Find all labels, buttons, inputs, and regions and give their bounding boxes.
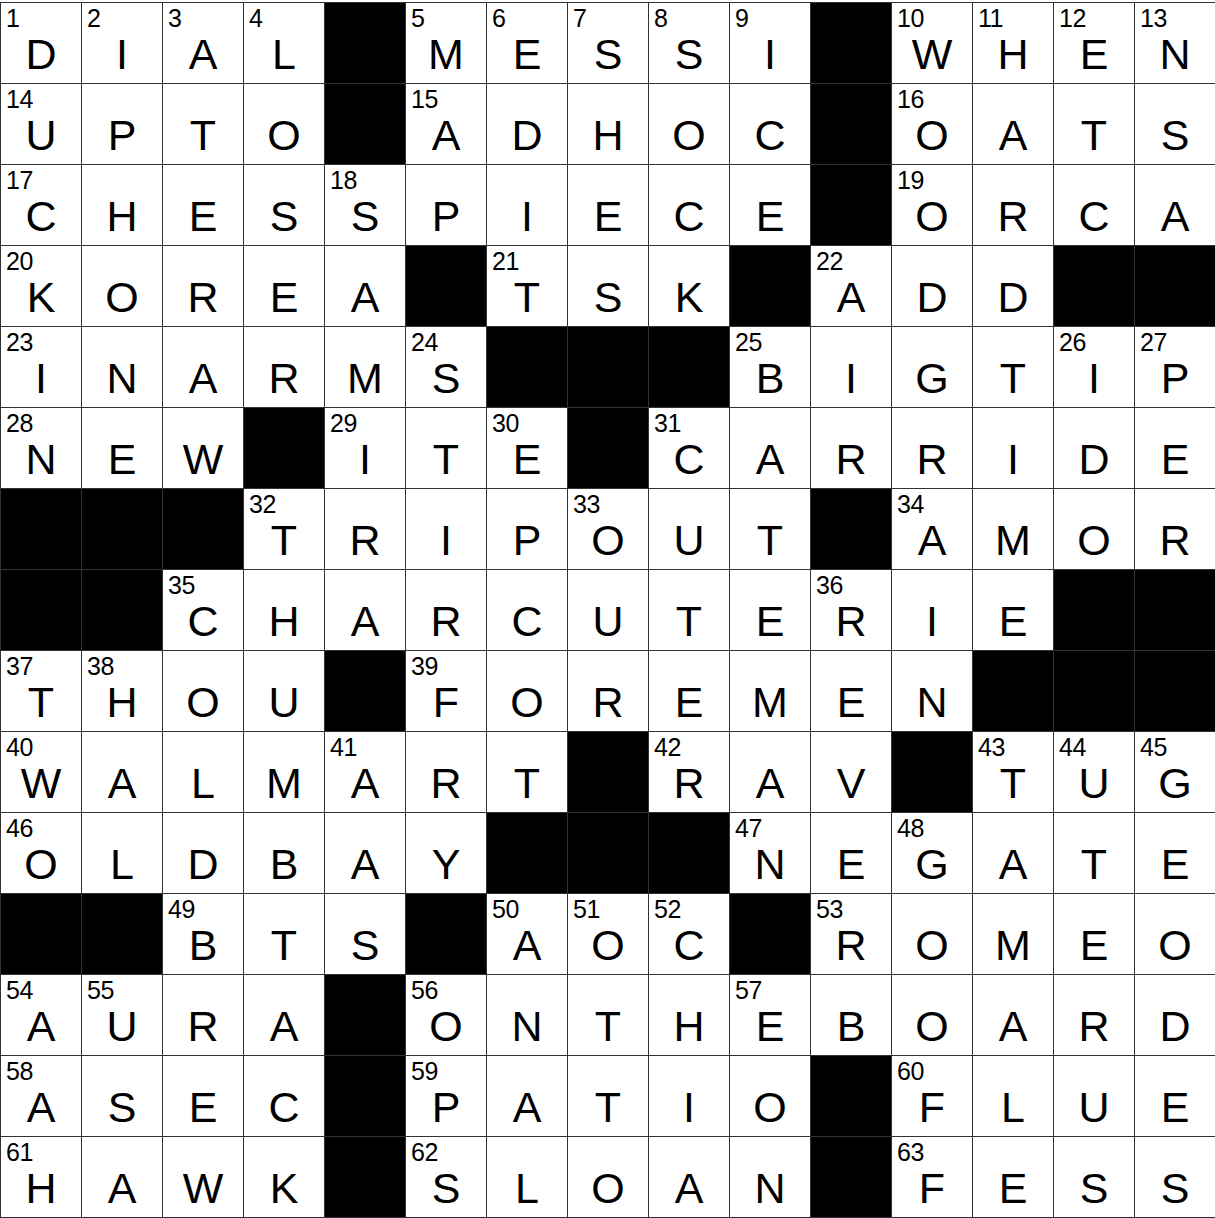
cell-r7-c4[interactable]: A (325, 570, 406, 651)
cell-r8-c7[interactable]: R (568, 651, 649, 732)
cell-letter: A (730, 762, 810, 805)
cell-r6-c5[interactable]: I (406, 489, 487, 570)
cell-letter: P (406, 1086, 486, 1129)
cell-r10-c2[interactable]: D (163, 813, 244, 894)
cell-r7-c12[interactable]: E (973, 570, 1054, 651)
cell-r8-c11[interactable]: N (892, 651, 973, 732)
cell-r14-c11[interactable]: 63F (892, 1137, 973, 1218)
cell-letter: H (1, 1167, 81, 1210)
cell-r1-c7[interactable]: H (568, 84, 649, 165)
cell-r14-c3[interactable]: K (244, 1137, 325, 1218)
cell-r1-c6[interactable]: D (487, 84, 568, 165)
cell-letter: L (163, 762, 243, 805)
cell-r5-c14[interactable]: E (1135, 408, 1215, 489)
cell-r11-c10[interactable]: 53R (811, 894, 892, 975)
cell-letter: R (811, 438, 891, 481)
cell-r9-c12[interactable]: 43T (973, 732, 1054, 813)
cell-letter: W (163, 1167, 243, 1210)
cell-r4-c1[interactable]: N (82, 327, 163, 408)
cell-r1-c2[interactable]: T (163, 84, 244, 165)
cell-r3-c7[interactable]: S (568, 246, 649, 327)
cell-r8-c6[interactable]: O (487, 651, 568, 732)
cell-r2-c13[interactable]: C (1054, 165, 1135, 246)
cell-r11-c6[interactable]: 50A (487, 894, 568, 975)
cell-r11-c3[interactable]: T (244, 894, 325, 975)
cell-r6-c4[interactable]: R (325, 489, 406, 570)
cell-r8-c0[interactable]: 37T (1, 651, 82, 732)
cell-r4-c4[interactable]: M (325, 327, 406, 408)
clue-number: 29 (330, 410, 357, 436)
clue-number: 58 (6, 1058, 33, 1084)
cell-r4-c12[interactable]: T (973, 327, 1054, 408)
cell-r12-c8[interactable]: H (649, 975, 730, 1056)
cell-r0-c3[interactable]: 4L (244, 3, 325, 84)
cell-r10-c5[interactable]: Y (406, 813, 487, 894)
clue-number: 16 (897, 86, 924, 112)
clue-number: 43 (978, 734, 1005, 760)
clue-number: 45 (1140, 734, 1167, 760)
cell-letter: T (406, 438, 486, 481)
cell-letter: E (730, 600, 810, 643)
cell-letter: U (1, 114, 81, 157)
cell-r3-c4[interactable]: A (325, 246, 406, 327)
cell-r8-c10[interactable]: E (811, 651, 892, 732)
black-cell-r8-c12 (973, 651, 1054, 732)
black-cell-r8-c14 (1135, 651, 1215, 732)
clue-number: 2 (87, 5, 100, 31)
cell-r12-c7[interactable]: T (568, 975, 649, 1056)
cell-r5-c8[interactable]: 31C (649, 408, 730, 489)
cell-r9-c5[interactable]: R (406, 732, 487, 813)
black-cell-r6-c10 (811, 489, 892, 570)
cell-letter: K (649, 276, 729, 319)
cell-r5-c0[interactable]: 28N (1, 408, 82, 489)
black-cell-r3-c14 (1135, 246, 1215, 327)
cell-r9-c9[interactable]: A (730, 732, 811, 813)
cell-letter: E (487, 33, 567, 76)
clue-number: 25 (735, 329, 762, 355)
clue-number: 14 (6, 86, 33, 112)
cell-r14-c6[interactable]: L (487, 1137, 568, 1218)
clue-number: 23 (6, 329, 33, 355)
cell-letter: E (811, 843, 891, 886)
cell-letter: S (325, 195, 405, 238)
cell-letter: E (163, 195, 243, 238)
cell-r2-c3[interactable]: S (244, 165, 325, 246)
cell-letter: O (82, 276, 162, 319)
cell-letter: N (1, 438, 81, 481)
cell-r3-c3[interactable]: E (244, 246, 325, 327)
cell-r9-c8[interactable]: 42R (649, 732, 730, 813)
cell-letter: T (244, 519, 324, 562)
clue-number: 12 (1059, 5, 1086, 31)
cell-r13-c14[interactable]: E (1135, 1056, 1215, 1137)
cell-r5-c5[interactable]: T (406, 408, 487, 489)
cell-r12-c11[interactable]: O (892, 975, 973, 1056)
cell-letter: A (973, 114, 1053, 157)
cell-r11-c4[interactable]: S (325, 894, 406, 975)
cell-r6-c7[interactable]: 33O (568, 489, 649, 570)
cell-letter: O (163, 681, 243, 724)
clue-number: 18 (330, 167, 357, 193)
cell-r13-c11[interactable]: 60F (892, 1056, 973, 1137)
cell-r14-c0[interactable]: 61H (1, 1137, 82, 1218)
cell-r3-c6[interactable]: 21T (487, 246, 568, 327)
cell-r11-c7[interactable]: 51O (568, 894, 649, 975)
cell-letter: O (892, 924, 972, 967)
clue-number: 38 (87, 653, 114, 679)
cell-r10-c4[interactable]: A (325, 813, 406, 894)
cell-r4-c14[interactable]: 27P (1135, 327, 1215, 408)
cell-r14-c13[interactable]: S (1054, 1137, 1135, 1218)
clue-number: 63 (897, 1139, 924, 1165)
cell-letter: E (649, 681, 729, 724)
cell-r12-c6[interactable]: N (487, 975, 568, 1056)
cell-letter: D (163, 843, 243, 886)
cell-r14-c12[interactable]: E (973, 1137, 1054, 1218)
cell-r2-c5[interactable]: P (406, 165, 487, 246)
cell-letter: H (244, 600, 324, 643)
cell-r13-c12[interactable]: L (973, 1056, 1054, 1137)
cell-r6-c14[interactable]: R (1135, 489, 1215, 570)
cell-r7-c6[interactable]: C (487, 570, 568, 651)
cell-r3-c11[interactable]: D (892, 246, 973, 327)
cell-r10-c12[interactable]: A (973, 813, 1054, 894)
cell-r2-c12[interactable]: R (973, 165, 1054, 246)
cell-r0-c12[interactable]: 11H (973, 3, 1054, 84)
cell-r13-c8[interactable]: I (649, 1056, 730, 1137)
cell-letter: L (487, 1167, 567, 1210)
black-cell-r6-c2 (163, 489, 244, 570)
cell-r0-c5[interactable]: 5M (406, 3, 487, 84)
cell-letter: E (1135, 1086, 1215, 1129)
cell-r7-c5[interactable]: R (406, 570, 487, 651)
black-cell-r10-c7 (568, 813, 649, 894)
clue-number: 59 (411, 1058, 438, 1084)
cell-r4-c10[interactable]: I (811, 327, 892, 408)
cell-letter: A (244, 1005, 324, 1048)
cell-r13-c0[interactable]: 58A (1, 1056, 82, 1137)
cell-r9-c13[interactable]: 44U (1054, 732, 1135, 813)
cell-r13-c3[interactable]: C (244, 1056, 325, 1137)
cell-r0-c14[interactable]: 13N (1135, 3, 1215, 84)
cell-r7-c11[interactable]: I (892, 570, 973, 651)
cell-r1-c13[interactable]: T (1054, 84, 1135, 165)
cell-r4-c11[interactable]: G (892, 327, 973, 408)
cell-r7-c10[interactable]: 36R (811, 570, 892, 651)
cell-r8-c9[interactable]: M (730, 651, 811, 732)
cell-r14-c2[interactable]: W (163, 1137, 244, 1218)
cell-letter: C (487, 600, 567, 643)
cell-r9-c10[interactable]: V (811, 732, 892, 813)
cell-letter: A (487, 924, 567, 967)
clue-number: 7 (573, 5, 586, 31)
cell-r8-c1[interactable]: 38H (82, 651, 163, 732)
cell-r10-c14[interactable]: E (1135, 813, 1215, 894)
cell-r3-c1[interactable]: O (82, 246, 163, 327)
cell-r9-c1[interactable]: A (82, 732, 163, 813)
cell-r6-c8[interactable]: U (649, 489, 730, 570)
black-cell-r1-c10 (811, 84, 892, 165)
cell-r1-c3[interactable]: O (244, 84, 325, 165)
cell-r12-c2[interactable]: R (163, 975, 244, 1056)
cell-letter: V (811, 762, 891, 805)
cell-r14-c14[interactable]: S (1135, 1137, 1215, 1218)
cell-r3-c8[interactable]: K (649, 246, 730, 327)
cell-r1-c12[interactable]: A (973, 84, 1054, 165)
cell-r7-c9[interactable]: E (730, 570, 811, 651)
cell-r6-c13[interactable]: O (1054, 489, 1135, 570)
cell-letter: E (730, 1005, 810, 1048)
black-cell-r1-c4 (325, 84, 406, 165)
cell-r12-c9[interactable]: 57E (730, 975, 811, 1056)
cell-letter: T (163, 114, 243, 157)
cell-r0-c13[interactable]: 12E (1054, 3, 1135, 84)
cell-letter: I (892, 600, 972, 643)
cell-letter: I (1, 357, 81, 400)
cell-r3-c2[interactable]: R (163, 246, 244, 327)
cell-letter: T (568, 1005, 648, 1048)
cell-r5-c1[interactable]: E (82, 408, 163, 489)
cell-r4-c13[interactable]: 26I (1054, 327, 1135, 408)
cell-r13-c7[interactable]: T (568, 1056, 649, 1137)
cell-r0-c6[interactable]: 6E (487, 3, 568, 84)
cell-letter: T (487, 276, 567, 319)
cell-letter: E (163, 1086, 243, 1129)
cell-letter: R (163, 276, 243, 319)
cell-r8-c8[interactable]: E (649, 651, 730, 732)
cell-letter: E (730, 195, 810, 238)
cell-r14-c9[interactable]: N (730, 1137, 811, 1218)
cell-letter: D (973, 276, 1053, 319)
cell-r1-c1[interactable]: P (82, 84, 163, 165)
cell-r0-c1[interactable]: 2I (82, 3, 163, 84)
cell-letter: E (973, 600, 1053, 643)
cell-r1-c9[interactable]: C (730, 84, 811, 165)
cell-r8-c5[interactable]: 39F (406, 651, 487, 732)
crossword-board: 1D2I3A4L5M6E7S8S9I10W11H12E13N14UPTO15AD… (0, 2, 1215, 1218)
cell-r4-c5[interactable]: 24S (406, 327, 487, 408)
cell-letter: M (973, 519, 1053, 562)
clue-number: 13 (1140, 5, 1167, 31)
cell-r2-c11[interactable]: 19O (892, 165, 973, 246)
cell-r12-c5[interactable]: 56O (406, 975, 487, 1056)
cell-r13-c6[interactable]: A (487, 1056, 568, 1137)
cell-r11-c14[interactable]: O (1135, 894, 1215, 975)
clue-number: 24 (411, 329, 438, 355)
cell-r2-c7[interactable]: E (568, 165, 649, 246)
cell-r2-c14[interactable]: A (1135, 165, 1215, 246)
black-cell-r9-c11 (892, 732, 973, 813)
cell-letter: S (1135, 1167, 1215, 1210)
cell-r7-c2[interactable]: 35C (163, 570, 244, 651)
cell-r10-c0[interactable]: 46O (1, 813, 82, 894)
cell-r10-c3[interactable]: B (244, 813, 325, 894)
cell-r4-c0[interactable]: 23I (1, 327, 82, 408)
cell-letter: R (811, 600, 891, 643)
cell-letter: C (163, 600, 243, 643)
clue-number: 11 (978, 5, 1003, 31)
cell-r7-c3[interactable]: H (244, 570, 325, 651)
cell-letter: R (1054, 1005, 1134, 1048)
cell-r14-c8[interactable]: A (649, 1137, 730, 1218)
cell-r1-c5[interactable]: 15A (406, 84, 487, 165)
cell-r5-c9[interactable]: A (730, 408, 811, 489)
cell-r14-c5[interactable]: 62S (406, 1137, 487, 1218)
cell-r0-c11[interactable]: 10W (892, 3, 973, 84)
cell-r0-c7[interactable]: 7S (568, 3, 649, 84)
cell-r3-c12[interactable]: D (973, 246, 1054, 327)
cell-letter: A (892, 519, 972, 562)
cell-r2-c9[interactable]: E (730, 165, 811, 246)
cell-r6-c6[interactable]: P (487, 489, 568, 570)
cell-r2-c1[interactable]: H (82, 165, 163, 246)
cell-r6-c3[interactable]: 32T (244, 489, 325, 570)
cell-r10-c13[interactable]: T (1054, 813, 1135, 894)
cell-r9-c3[interactable]: M (244, 732, 325, 813)
cell-r13-c9[interactable]: O (730, 1056, 811, 1137)
clue-number: 40 (6, 734, 33, 760)
black-cell-r3-c13 (1054, 246, 1135, 327)
cell-r4-c9[interactable]: 25B (730, 327, 811, 408)
cell-letter: G (1135, 762, 1215, 805)
cell-r1-c11[interactable]: 16O (892, 84, 973, 165)
cell-r3-c0[interactable]: 20K (1, 246, 82, 327)
black-cell-r7-c13 (1054, 570, 1135, 651)
cell-r12-c10[interactable]: B (811, 975, 892, 1056)
cell-r2-c8[interactable]: C (649, 165, 730, 246)
black-cell-r5-c3 (244, 408, 325, 489)
black-cell-r7-c1 (82, 570, 163, 651)
cell-r2-c4[interactable]: 18S (325, 165, 406, 246)
cell-r11-c13[interactable]: E (1054, 894, 1135, 975)
cell-r12-c0[interactable]: 54A (1, 975, 82, 1056)
black-cell-r13-c10 (811, 1056, 892, 1137)
cell-letter: W (163, 438, 243, 481)
black-cell-r10-c8 (649, 813, 730, 894)
cell-r12-c14[interactable]: D (1135, 975, 1215, 1056)
cell-letter: I (82, 33, 162, 76)
cell-r5-c6[interactable]: 30E (487, 408, 568, 489)
cell-letter: R (406, 600, 486, 643)
clue-number: 17 (6, 167, 33, 193)
clue-number: 20 (6, 248, 33, 274)
cell-letter: E (1054, 924, 1134, 967)
cell-r0-c2[interactable]: 3A (163, 3, 244, 84)
clue-number: 53 (816, 896, 843, 922)
cell-r7-c8[interactable]: T (649, 570, 730, 651)
crossword-puzzle: 1D2I3A4L5M6E7S8S9I10W11H12E13N14UPTO15AD… (0, 2, 1215, 1218)
cell-letter: R (892, 438, 972, 481)
cell-letter: O (892, 1005, 972, 1048)
cell-r6-c9[interactable]: T (730, 489, 811, 570)
cell-r12-c1[interactable]: 55U (82, 975, 163, 1056)
cell-letter: F (892, 1167, 972, 1210)
cell-r9-c4[interactable]: 41A (325, 732, 406, 813)
cell-letter: C (649, 924, 729, 967)
cell-r4-c3[interactable]: R (244, 327, 325, 408)
cell-letter: S (406, 1167, 486, 1210)
cell-r8-c3[interactable]: U (244, 651, 325, 732)
clue-number: 34 (897, 491, 924, 517)
cell-r12-c13[interactable]: R (1054, 975, 1135, 1056)
clue-number: 9 (735, 5, 748, 31)
cell-letter: P (82, 114, 162, 157)
cell-r0-c8[interactable]: 8S (649, 3, 730, 84)
cell-letter: O (649, 114, 729, 157)
cell-r9-c0[interactable]: 40W (1, 732, 82, 813)
cell-r14-c1[interactable]: A (82, 1137, 163, 1218)
cell-r13-c2[interactable]: E (163, 1056, 244, 1137)
cell-r13-c5[interactable]: 59P (406, 1056, 487, 1137)
cell-r7-c7[interactable]: U (568, 570, 649, 651)
cell-r13-c13[interactable]: U (1054, 1056, 1135, 1137)
cell-r14-c7[interactable]: O (568, 1137, 649, 1218)
cell-r11-c12[interactable]: M (973, 894, 1054, 975)
cell-r5-c4[interactable]: 29I (325, 408, 406, 489)
cell-r1-c8[interactable]: O (649, 84, 730, 165)
cell-r10-c1[interactable]: L (82, 813, 163, 894)
clue-number: 3 (168, 5, 181, 31)
cell-r5-c11[interactable]: R (892, 408, 973, 489)
cell-letter: N (82, 357, 162, 400)
cell-r1-c0[interactable]: 14U (1, 84, 82, 165)
clue-number: 54 (6, 977, 33, 1003)
cell-letter: C (1, 195, 81, 238)
clue-number: 19 (897, 167, 924, 193)
cell-letter: O (406, 1005, 486, 1048)
cell-letter: W (1, 762, 81, 805)
cell-r2-c6[interactable]: I (487, 165, 568, 246)
cell-r5-c10[interactable]: R (811, 408, 892, 489)
cell-r9-c2[interactable]: L (163, 732, 244, 813)
cell-r10-c11[interactable]: 48G (892, 813, 973, 894)
black-cell-r14-c10 (811, 1137, 892, 1218)
cell-r10-c9[interactable]: 47N (730, 813, 811, 894)
clue-number: 5 (411, 5, 424, 31)
cell-r3-c10[interactable]: 22A (811, 246, 892, 327)
black-cell-r9-c7 (568, 732, 649, 813)
cell-letter: B (244, 843, 324, 886)
cell-r2-c2[interactable]: E (163, 165, 244, 246)
cell-letter: M (973, 924, 1053, 967)
cell-r0-c0[interactable]: 1D (1, 3, 82, 84)
cell-r9-c6[interactable]: T (487, 732, 568, 813)
cell-r11-c2[interactable]: 49B (163, 894, 244, 975)
cell-r0-c9[interactable]: 9I (730, 3, 811, 84)
cell-r5-c13[interactable]: D (1054, 408, 1135, 489)
cell-r4-c2[interactable]: A (163, 327, 244, 408)
cell-r5-c2[interactable]: W (163, 408, 244, 489)
cell-r10-c10[interactable]: E (811, 813, 892, 894)
cell-r11-c11[interactable]: O (892, 894, 973, 975)
cell-r1-c14[interactable]: S (1135, 84, 1215, 165)
cell-letter: H (82, 681, 162, 724)
cell-r6-c12[interactable]: M (973, 489, 1054, 570)
cell-r5-c12[interactable]: I (973, 408, 1054, 489)
cell-r12-c12[interactable]: A (973, 975, 1054, 1056)
cell-r11-c8[interactable]: 52C (649, 894, 730, 975)
black-cell-r4-c7 (568, 327, 649, 408)
cell-r9-c14[interactable]: 45G (1135, 732, 1215, 813)
cell-r12-c3[interactable]: A (244, 975, 325, 1056)
clue-number: 62 (411, 1139, 438, 1165)
cell-r13-c1[interactable]: S (82, 1056, 163, 1137)
cell-r8-c2[interactable]: O (163, 651, 244, 732)
cell-r2-c0[interactable]: 17C (1, 165, 82, 246)
cell-letter: A (973, 1005, 1053, 1048)
cell-r6-c11[interactable]: 34A (892, 489, 973, 570)
